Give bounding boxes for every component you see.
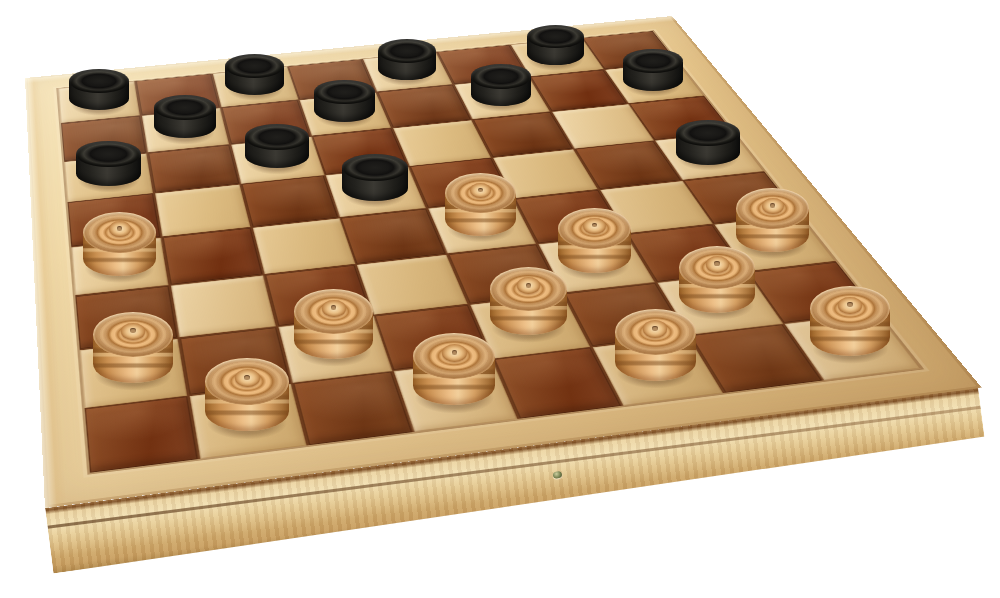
piece-dot	[478, 188, 483, 192]
piece-white-r8c2[interactable]: ⛀	[205, 358, 289, 432]
piece-white-r7c3[interactable]: ⛀	[294, 289, 373, 358]
piece-dot	[244, 375, 250, 380]
piece-white-r8c4[interactable]: ⛀	[413, 333, 495, 405]
piece-dot	[526, 283, 531, 288]
piece-dot	[652, 326, 658, 331]
piece-black-r1c1[interactable]: ⛂	[69, 69, 129, 111]
piece-top	[76, 141, 141, 167]
piece-black-r2c4[interactable]: ⛂	[314, 80, 375, 123]
piece-black-r1c5[interactable]: ⛂	[378, 39, 436, 80]
piece-white-r5c1[interactable]: ⛀	[83, 212, 156, 276]
piece-top	[69, 69, 129, 93]
piece-white-r6c8[interactable]: ⛀	[736, 188, 809, 252]
piece-white-r8c8[interactable]: ⛀	[810, 286, 890, 356]
piece-dot	[770, 203, 775, 207]
piece-black-r2c6[interactable]: ⛂	[471, 64, 531, 106]
piece-black-r4c4[interactable]: ⛂	[342, 154, 408, 200]
piece-white-r7c1[interactable]: ⛀	[93, 312, 173, 382]
piece-black-r2c8[interactable]: ⛂	[623, 49, 683, 91]
piece-white-r6c6[interactable]: ⛀	[558, 208, 632, 273]
piece-black-r1c3[interactable]: ⛂	[225, 54, 284, 95]
piece-top	[676, 120, 740, 146]
piece-black-r2c2[interactable]: ⛂	[154, 95, 216, 138]
piece-top	[378, 39, 436, 63]
piece-black-r3c3[interactable]: ⛂	[245, 124, 309, 169]
piece-white-r7c5[interactable]: ⛀	[490, 267, 568, 335]
piece-white-r8c6[interactable]: ⛀	[615, 309, 696, 380]
piece-black-r4c8[interactable]: ⛂	[676, 120, 740, 165]
piece-dot	[714, 261, 719, 266]
piece-black-r3c1[interactable]: ⛂	[76, 141, 141, 186]
piece-top	[225, 54, 284, 78]
piece-white-r5c5[interactable]: ⛀	[445, 173, 516, 235]
piece-top	[245, 124, 309, 150]
photo-stage: ⛂⛂⛂⛂⛂⛂⛂⛂⛂⛂⛂⛂⛀⛀⛀⛀⛀⛀⛀⛀⛀⛀⛀⛀ ⛂⛂⛂⛂⛂⛂⛂⛂⛂⛂⛂⛂⛀⛀⛀…	[0, 0, 1000, 598]
piece-white-r7c7[interactable]: ⛀	[679, 246, 756, 313]
piece-black-r1c7[interactable]: ⛂	[527, 25, 585, 65]
piece-top	[471, 64, 531, 88]
hinge-screw-icon	[553, 471, 563, 479]
piece-dot	[452, 350, 458, 355]
